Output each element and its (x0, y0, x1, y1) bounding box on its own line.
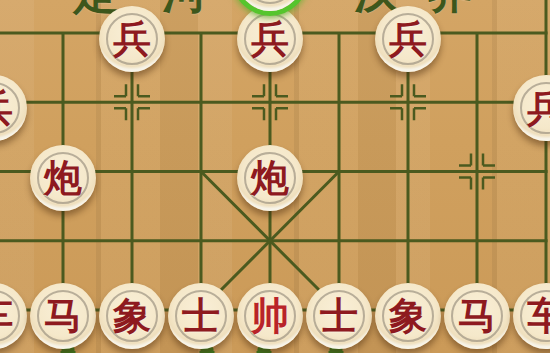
piece-character: 兵 (251, 20, 289, 58)
piece-character: 兵 (389, 20, 427, 58)
piece-red-elephant-g0[interactable]: 象 (375, 283, 441, 349)
piece-character: 车 (527, 297, 550, 335)
piece-red-soldier-g4[interactable]: 兵 (375, 6, 441, 72)
piece-red-advisor-d0[interactable]: 士 (168, 283, 234, 349)
piece-character: 兵 (113, 20, 151, 58)
piece-character: 马 (44, 297, 82, 335)
piece-character: 车 (0, 297, 13, 335)
piece-red-horse-h0[interactable]: 马 (444, 283, 510, 349)
piece-character: 象 (113, 297, 151, 335)
piece-character: 士 (182, 297, 220, 335)
piece-red-general-e0[interactable]: 帅 (237, 283, 303, 349)
piece-character: 象 (389, 297, 427, 335)
piece-red-cannon-e2[interactable]: 炮 (237, 145, 303, 211)
xiangqi-board[interactable]: 楚河汉界 车马象士帅士象马车炮炮兵兵兵兵兵 (0, 0, 550, 353)
piece-character: 炮 (251, 159, 289, 197)
piece-red-advisor-f0[interactable]: 士 (306, 283, 372, 349)
piece-character: 炮 (44, 159, 82, 197)
piece-character: 马 (458, 297, 496, 335)
piece-red-horse-b0[interactable]: 马 (30, 283, 96, 349)
piece-red-cannon-b2[interactable]: 炮 (30, 145, 96, 211)
piece-red-soldier-c4[interactable]: 兵 (99, 6, 165, 72)
piece-character: 兵 (0, 89, 13, 127)
piece-character: 士 (320, 297, 358, 335)
piece-red-elephant-c0[interactable]: 象 (99, 283, 165, 349)
piece-character: 帅 (251, 297, 289, 335)
piece-character: 兵 (527, 89, 550, 127)
piece-red-soldier-e4[interactable]: 兵 (237, 6, 303, 72)
